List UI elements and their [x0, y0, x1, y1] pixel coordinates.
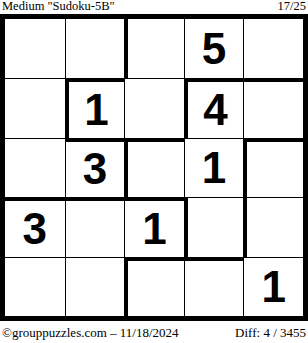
given-digit: 1 [202, 146, 226, 190]
cell-r3c2: 3 [65, 138, 125, 197]
cell-r1c5[interactable] [243, 19, 303, 78]
cells-remaining-counter: 17/25 [278, 0, 306, 13]
footer: ©grouppuzzles.com – 11/18/2024 Diff: 4 /… [0, 321, 308, 343]
cell-r4c4[interactable] [184, 197, 244, 256]
cell-r1c4: 5 [184, 19, 244, 78]
header: Medium "Sudoku-5B" 17/25 [0, 0, 308, 14]
cell-r5c4[interactable] [184, 257, 244, 316]
cell-r5c2[interactable] [65, 257, 125, 316]
cell-r3c3[interactable] [124, 138, 184, 197]
cell-r4c2[interactable] [65, 197, 125, 256]
given-digit: 3 [23, 207, 47, 251]
cell-r3c5[interactable] [243, 138, 303, 197]
given-digit: 3 [83, 147, 107, 191]
cell-r4c3: 1 [124, 197, 184, 256]
given-digit: 5 [202, 27, 226, 71]
cell-r2c2: 1 [65, 78, 125, 137]
difficulty-text: Diff: 4 / 3455 [235, 325, 306, 340]
copyright-text: ©grouppuzzles.com – 11/18/2024 [2, 325, 179, 340]
puzzle-title: Medium "Sudoku-5B" [2, 0, 115, 13]
cell-r3c1[interactable] [5, 138, 65, 197]
given-digit: 1 [142, 207, 166, 251]
cell-r5c3[interactable] [124, 257, 184, 316]
cell-r4c5[interactable] [243, 197, 303, 256]
cell-r5c1[interactable] [5, 257, 65, 316]
cell-r1c2[interactable] [65, 19, 125, 78]
cell-r1c3[interactable] [124, 19, 184, 78]
cell-r1c1[interactable] [5, 19, 65, 78]
cell-r4c1: 3 [5, 197, 65, 256]
cell-r5c5: 1 [243, 257, 303, 316]
cell-r2c1[interactable] [5, 78, 65, 137]
given-digit: 1 [84, 88, 108, 132]
given-digit: 1 [261, 265, 285, 309]
cell-r3c4: 1 [184, 138, 244, 197]
cell-r2c3[interactable] [124, 78, 184, 137]
puzzle-page: Medium "Sudoku-5B" 17/25 5 1 4 3 1 3 1 1… [0, 0, 308, 343]
cell-r2c4: 4 [184, 78, 244, 137]
given-digit: 4 [203, 88, 227, 132]
sudoku-board: 5 1 4 3 1 3 1 1 [0, 14, 308, 321]
cell-r2c5[interactable] [243, 78, 303, 137]
